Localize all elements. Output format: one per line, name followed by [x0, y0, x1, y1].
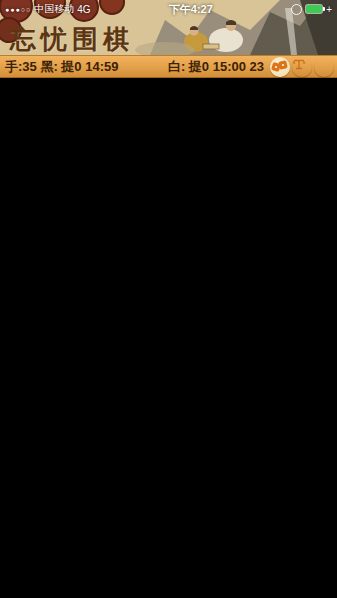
game-info-bar: 手:35 黑: 提0 14:59 白: 提0 15:00 23	[0, 55, 337, 78]
grid-vline	[0, 587, 1, 598]
app-title: 忘忧围棋	[10, 22, 134, 55]
alarm-icon	[291, 4, 302, 15]
grid-hline	[0, 586, 301, 587]
scales-button[interactable]	[292, 57, 312, 77]
menu-button[interactable]	[314, 57, 334, 77]
go-board[interactable]: AA1919BB1818CC1717DD1616EE1515FF1414GG13…	[0, 0, 337, 598]
charging-indicator: +	[326, 4, 332, 15]
signal-strength-icon: ●●●○○	[5, 6, 31, 13]
grid-hline	[0, 293, 301, 294]
clock-time: 下午4:27	[90, 2, 291, 17]
network-label: 4G	[77, 4, 90, 15]
status-bar: ●●●○○ 中国移动 4G 下午4:27 +	[0, 0, 337, 18]
dice-button[interactable]	[270, 57, 290, 77]
white-info: 白: 提0 15:00 23	[168, 58, 264, 76]
scales-icon	[292, 57, 306, 71]
carrier-label: 中国移动	[34, 2, 74, 16]
grid-vline	[0, 294, 1, 586]
move-and-black-info: 手:35 黑: 提0 14:59	[5, 58, 118, 76]
battery-icon	[306, 5, 322, 13]
